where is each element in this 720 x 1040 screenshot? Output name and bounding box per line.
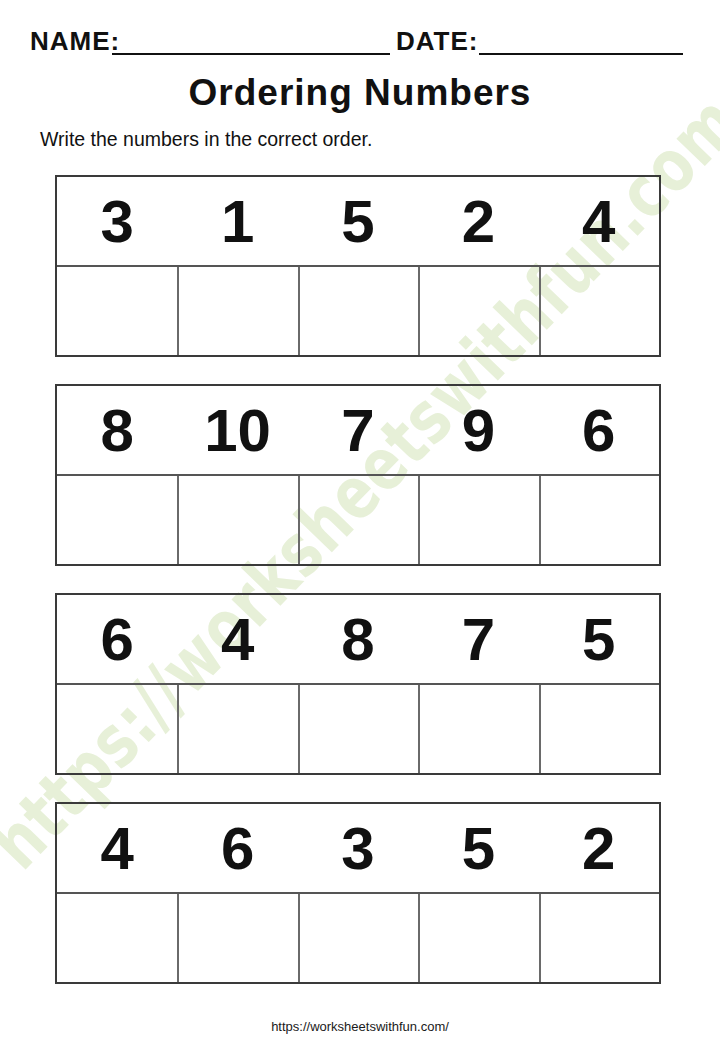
answer-cell[interactable] xyxy=(57,267,177,355)
given-number: 8 xyxy=(298,595,418,683)
footer-url: https://worksheetswithfun.com/ xyxy=(0,1019,720,1034)
answer-row xyxy=(57,685,659,773)
answer-cell[interactable] xyxy=(418,894,538,982)
answer-cell[interactable] xyxy=(418,685,538,773)
worksheet-page: https://worksheetswithfun.com NAME: DATE… xyxy=(0,0,720,1040)
answer-cell[interactable] xyxy=(177,685,297,773)
given-number: 5 xyxy=(298,177,418,265)
number-block-3: 6 4 8 7 5 xyxy=(55,593,661,775)
name-input-line[interactable] xyxy=(112,27,390,55)
given-numbers-row: 4 6 3 5 2 xyxy=(57,804,659,894)
given-number: 1 xyxy=(177,177,297,265)
given-number: 3 xyxy=(57,177,177,265)
instruction-text: Write the numbers in the correct order. xyxy=(40,128,372,151)
given-number: 4 xyxy=(539,177,659,265)
answer-cell[interactable] xyxy=(539,685,659,773)
date-input-line[interactable] xyxy=(479,27,683,55)
number-block-2: 8 10 7 9 6 xyxy=(55,384,661,566)
given-number: 9 xyxy=(418,386,538,474)
given-number: 4 xyxy=(177,595,297,683)
given-numbers-row: 6 4 8 7 5 xyxy=(57,595,659,685)
page-title: Ordering Numbers xyxy=(0,72,720,114)
given-number: 6 xyxy=(177,804,297,892)
given-number: 2 xyxy=(418,177,538,265)
given-numbers-row: 8 10 7 9 6 xyxy=(57,386,659,476)
given-number: 8 xyxy=(57,386,177,474)
answer-cell[interactable] xyxy=(298,894,418,982)
answer-row xyxy=(57,894,659,982)
given-number: 7 xyxy=(298,386,418,474)
answer-cell[interactable] xyxy=(298,476,418,564)
answer-cell[interactable] xyxy=(539,894,659,982)
number-block-4: 4 6 3 5 2 xyxy=(55,802,661,984)
given-number: 5 xyxy=(418,804,538,892)
number-block-1: 3 1 5 2 4 xyxy=(55,175,661,357)
answer-cell[interactable] xyxy=(57,894,177,982)
answer-cell[interactable] xyxy=(539,267,659,355)
given-number: 5 xyxy=(539,595,659,683)
given-number: 6 xyxy=(539,386,659,474)
answer-cell[interactable] xyxy=(57,476,177,564)
answer-cell[interactable] xyxy=(177,476,297,564)
given-number: 4 xyxy=(57,804,177,892)
answer-row xyxy=(57,476,659,564)
given-number: 3 xyxy=(298,804,418,892)
answer-cell[interactable] xyxy=(298,685,418,773)
answer-cell[interactable] xyxy=(539,476,659,564)
date-label: DATE: xyxy=(396,26,479,57)
answer-cell[interactable] xyxy=(298,267,418,355)
given-numbers-row: 3 1 5 2 4 xyxy=(57,177,659,267)
given-number: 10 xyxy=(177,386,297,474)
given-number: 6 xyxy=(57,595,177,683)
answer-cell[interactable] xyxy=(418,476,538,564)
name-label: NAME: xyxy=(30,26,120,57)
answer-cell[interactable] xyxy=(418,267,538,355)
answer-cell[interactable] xyxy=(177,894,297,982)
given-number: 2 xyxy=(539,804,659,892)
answer-row xyxy=(57,267,659,355)
answer-cell[interactable] xyxy=(57,685,177,773)
answer-cell[interactable] xyxy=(177,267,297,355)
given-number: 7 xyxy=(418,595,538,683)
